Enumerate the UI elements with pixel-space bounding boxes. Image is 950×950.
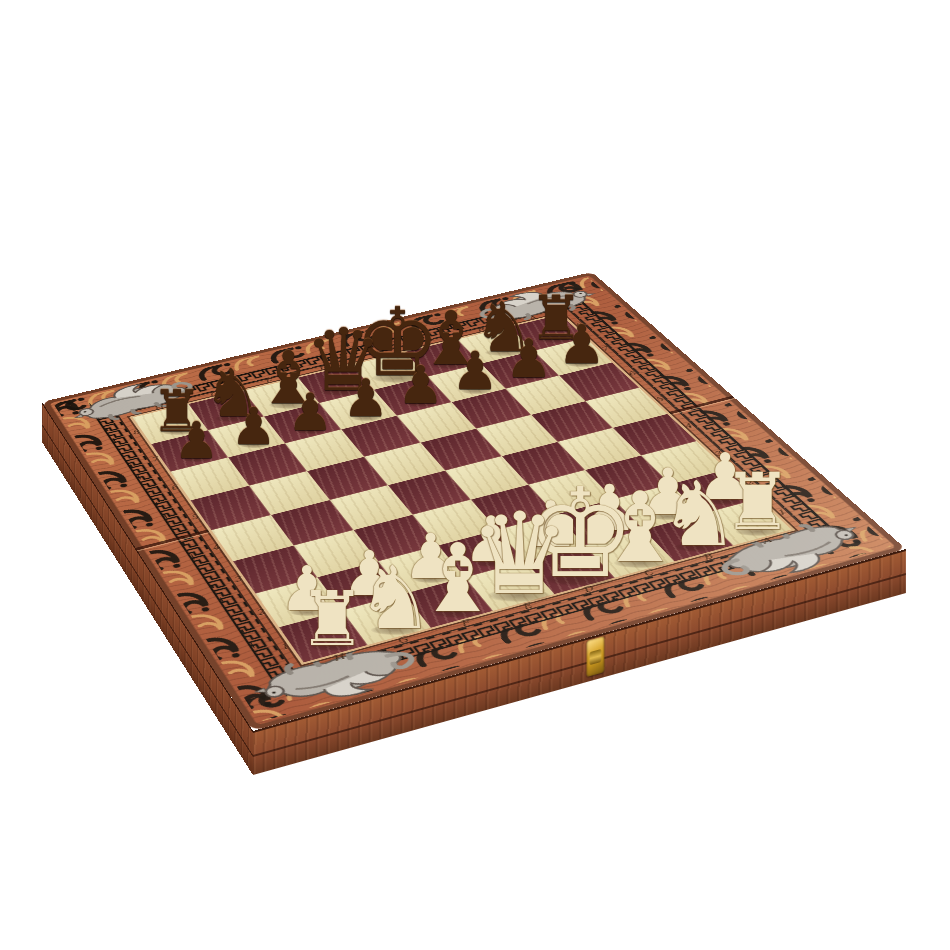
board-top-face: HH88GG77FF66EE55DD44CC33BB22AA11 [42,272,906,731]
brass-latch-icon [586,636,603,677]
chess-box-product-photo: HH88GG77FF66EE55DD44CC33BB22AA11 ♜♞♝♛♚♝♞… [0,0,950,950]
